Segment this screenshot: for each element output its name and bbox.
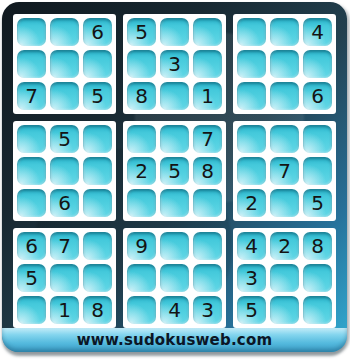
cell-r8c4[interactable]	[127, 264, 156, 292]
cell-r2c7[interactable]	[237, 50, 266, 78]
cell-r1c8[interactable]	[270, 18, 299, 46]
block-r3c3: 42835	[233, 228, 336, 328]
cell-r2c4[interactable]	[127, 50, 156, 78]
cell-r6c7[interactable]: 2	[237, 189, 266, 217]
block-r3c2: 943	[123, 228, 226, 328]
cell-r3c1[interactable]: 7	[17, 82, 46, 110]
cell-r7c9[interactable]: 8	[303, 232, 332, 260]
cell-r9c9[interactable]	[303, 296, 332, 324]
cell-r4c6[interactable]: 7	[193, 125, 222, 153]
cell-r8c1[interactable]: 5	[17, 264, 46, 292]
cell-r8c6[interactable]	[193, 264, 222, 292]
block-r3c1: 67518	[13, 228, 116, 328]
cell-r3c5[interactable]	[160, 82, 189, 110]
cell-r2c2[interactable]	[50, 50, 79, 78]
cell-r9c3[interactable]: 8	[83, 296, 112, 324]
cell-r6c1[interactable]	[17, 189, 46, 217]
cell-r4c3[interactable]	[83, 125, 112, 153]
cell-r8c7[interactable]: 3	[237, 264, 266, 292]
cell-r5c9[interactable]	[303, 157, 332, 185]
cell-r6c8[interactable]	[270, 189, 299, 217]
cell-r2c5[interactable]: 3	[160, 50, 189, 78]
cell-r5c4[interactable]: 2	[127, 157, 156, 185]
cell-r2c8[interactable]	[270, 50, 299, 78]
cell-r9c8[interactable]	[270, 296, 299, 324]
cell-r6c6[interactable]	[193, 189, 222, 217]
cell-r4c1[interactable]	[17, 125, 46, 153]
cell-r6c3[interactable]	[83, 189, 112, 217]
cell-r3c9[interactable]: 6	[303, 82, 332, 110]
cell-r7c7[interactable]: 4	[237, 232, 266, 260]
cell-r1c3[interactable]: 6	[83, 18, 112, 46]
cell-r9c6[interactable]: 3	[193, 296, 222, 324]
block-r2c3: 725	[233, 121, 336, 221]
cell-r1c9[interactable]: 4	[303, 18, 332, 46]
cell-r1c1[interactable]	[17, 18, 46, 46]
cell-r1c5[interactable]	[160, 18, 189, 46]
sudoku-grid: 6755381465672587256751894342835	[13, 14, 336, 328]
cell-r5c7[interactable]	[237, 157, 266, 185]
block-r1c3: 46	[233, 14, 336, 114]
cell-r4c5[interactable]	[160, 125, 189, 153]
cell-r3c6[interactable]: 1	[193, 82, 222, 110]
cell-r9c2[interactable]: 1	[50, 296, 79, 324]
block-r1c1: 675	[13, 14, 116, 114]
block-r1c2: 5381	[123, 14, 226, 114]
sudoku-board: 6755381465672587256751894342835 www.sudo…	[2, 2, 347, 352]
cell-r1c4[interactable]: 5	[127, 18, 156, 46]
cell-r1c6[interactable]	[193, 18, 222, 46]
cell-r8c2[interactable]	[50, 264, 79, 292]
cell-r9c7[interactable]: 5	[237, 296, 266, 324]
footer-bar: www.sudokusweb.com	[2, 328, 347, 352]
block-r2c2: 7258	[123, 121, 226, 221]
cell-r8c9[interactable]	[303, 264, 332, 292]
cell-r7c2[interactable]: 7	[50, 232, 79, 260]
cell-r8c3[interactable]	[83, 264, 112, 292]
cell-r3c8[interactable]	[270, 82, 299, 110]
cell-r8c8[interactable]	[270, 264, 299, 292]
cell-r3c4[interactable]: 8	[127, 82, 156, 110]
cell-r7c5[interactable]	[160, 232, 189, 260]
cell-r2c9[interactable]	[303, 50, 332, 78]
block-r2c1: 56	[13, 121, 116, 221]
cell-r6c2[interactable]: 6	[50, 189, 79, 217]
cell-r5c3[interactable]	[83, 157, 112, 185]
cell-r5c2[interactable]	[50, 157, 79, 185]
cell-r4c4[interactable]	[127, 125, 156, 153]
cell-r2c3[interactable]	[83, 50, 112, 78]
cell-r5c6[interactable]: 8	[193, 157, 222, 185]
cell-r5c5[interactable]: 5	[160, 157, 189, 185]
cell-r4c2[interactable]: 5	[50, 125, 79, 153]
cell-r9c1[interactable]	[17, 296, 46, 324]
cell-r5c8[interactable]: 7	[270, 157, 299, 185]
cell-r3c3[interactable]: 5	[83, 82, 112, 110]
cell-r7c6[interactable]	[193, 232, 222, 260]
cell-r4c7[interactable]	[237, 125, 266, 153]
cell-r8c5[interactable]	[160, 264, 189, 292]
cell-r6c9[interactable]: 5	[303, 189, 332, 217]
website-url[interactable]: www.sudokusweb.com	[77, 331, 272, 349]
cell-r3c7[interactable]	[237, 82, 266, 110]
cell-r7c8[interactable]: 2	[270, 232, 299, 260]
cell-r9c4[interactable]	[127, 296, 156, 324]
cell-r6c4[interactable]	[127, 189, 156, 217]
cell-r9c5[interactable]: 4	[160, 296, 189, 324]
cell-r1c2[interactable]	[50, 18, 79, 46]
cell-r7c1[interactable]: 6	[17, 232, 46, 260]
cell-r4c9[interactable]	[303, 125, 332, 153]
cell-r3c2[interactable]	[50, 82, 79, 110]
cell-r4c8[interactable]	[270, 125, 299, 153]
cell-r2c1[interactable]	[17, 50, 46, 78]
cell-r2c6[interactable]	[193, 50, 222, 78]
cell-r6c5[interactable]	[160, 189, 189, 217]
cell-r1c7[interactable]	[237, 18, 266, 46]
cell-r5c1[interactable]	[17, 157, 46, 185]
cell-r7c4[interactable]: 9	[127, 232, 156, 260]
cell-r7c3[interactable]	[83, 232, 112, 260]
